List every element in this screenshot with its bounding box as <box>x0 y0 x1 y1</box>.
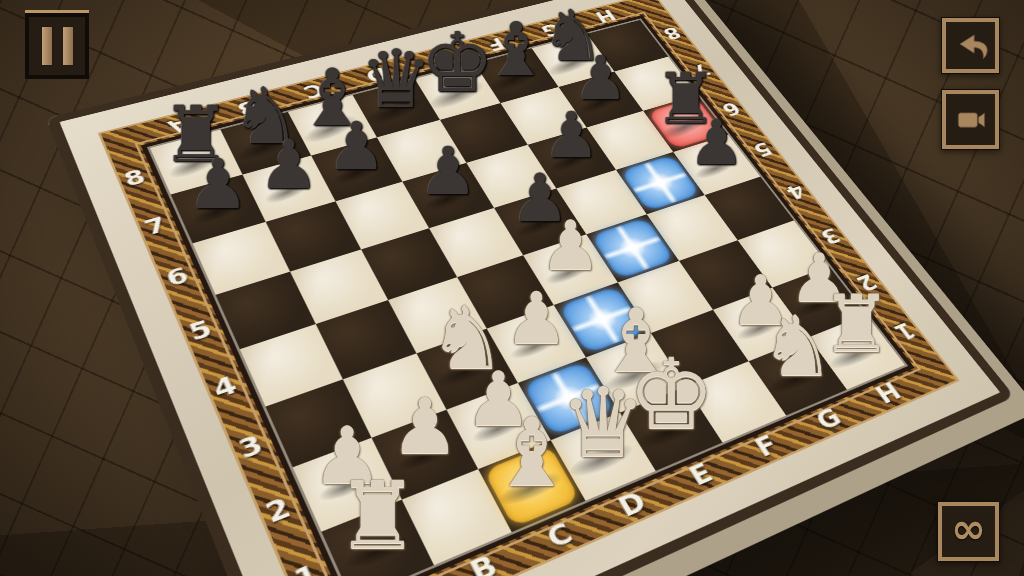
piece-white-pawn-d3[interactable]: ♟ <box>504 283 568 354</box>
video-camera-icon <box>952 101 990 139</box>
piece-black-pawn-h5[interactable]: ♟ <box>689 112 745 174</box>
piece-white-king-e1[interactable]: ♚ <box>627 346 714 444</box>
piece-black-bishop-f8[interactable]: ♝ <box>483 13 550 87</box>
game-scene: AABBCCDDEEFFGGHH1122334455667788 ♜♞♝♛♚♝♞… <box>0 0 1024 576</box>
infinity-icon: ∞ <box>951 504 986 553</box>
piece-black-pawn-c7[interactable]: ♟ <box>327 113 386 179</box>
camera-button[interactable] <box>941 89 1000 150</box>
undo-arrow-icon <box>952 27 990 65</box>
piece-white-rook-h1[interactable]: ♜ <box>821 285 892 364</box>
undo-button[interactable] <box>941 17 1000 74</box>
piece-white-pawn-b2[interactable]: ♟ <box>390 389 459 466</box>
pause-button[interactable] <box>25 13 89 79</box>
piece-black-pawn-a7[interactable]: ♟ <box>187 150 249 219</box>
piece-white-rook-a1[interactable]: ♜ <box>336 470 420 564</box>
piece-black-pawn-d6[interactable]: ♟ <box>418 139 477 205</box>
piece-black-pawn-f6[interactable]: ♟ <box>543 104 600 167</box>
endless-mode-button[interactable]: ∞ <box>937 501 1000 562</box>
piece-white-pawn-e4[interactable]: ♟ <box>540 212 601 280</box>
pause-icon <box>41 26 74 66</box>
piece-black-pawn-b7[interactable]: ♟ <box>259 131 320 198</box>
